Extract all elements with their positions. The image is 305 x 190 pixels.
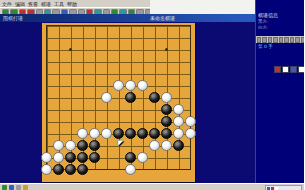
stone-white[interactable] xyxy=(137,80,148,91)
panel-black-player-line: 黑方: xyxy=(258,19,269,24)
child-window-title: 围棋打谱 xyxy=(3,15,23,21)
panel-button-7[interactable] xyxy=(295,37,299,43)
stone-black[interactable] xyxy=(161,104,172,115)
panel-header: 棋谱信息 xyxy=(258,12,278,18)
app-window: 文件编辑查看棋谱工具帮助 屏幕录像专家 未注册 围棋打谱 未命名棋谱 ◤ 棋谱信… xyxy=(0,0,304,190)
menu-item-1[interactable]: 编辑 xyxy=(15,1,25,7)
stone-white[interactable] xyxy=(101,128,112,139)
stone-white[interactable] xyxy=(185,128,196,139)
mouse-cursor-icon: ◤ xyxy=(118,139,123,147)
menu-item-0[interactable]: 文件 xyxy=(2,1,12,7)
stone-black[interactable] xyxy=(77,164,88,175)
taskbar-icon-3[interactable] xyxy=(23,185,28,190)
stone-white[interactable] xyxy=(173,104,184,115)
stone-black[interactable] xyxy=(149,92,160,103)
star-point xyxy=(69,48,72,51)
stone-black[interactable] xyxy=(53,164,64,175)
taskbar[interactable] xyxy=(0,183,304,190)
stone-black[interactable] xyxy=(125,128,136,139)
stone-white[interactable] xyxy=(89,128,100,139)
panel-button-2[interactable] xyxy=(268,37,272,43)
panel-button-0[interactable] xyxy=(257,37,261,43)
tray-icon-2[interactable] xyxy=(275,187,278,190)
taskbar-icon-0[interactable] xyxy=(2,185,7,190)
taskbar-icon-1[interactable] xyxy=(9,185,14,190)
panel-mini-icon-2[interactable] xyxy=(290,66,297,73)
stone-white[interactable] xyxy=(125,80,136,91)
panel-white-player-line: 白方: xyxy=(258,25,269,30)
stone-black[interactable] xyxy=(113,128,124,139)
stone-white[interactable] xyxy=(125,164,136,175)
stone-black[interactable] xyxy=(125,92,136,103)
panel-toolbar xyxy=(256,36,304,43)
stone-white[interactable] xyxy=(173,128,184,139)
tray-icon-1[interactable] xyxy=(271,187,274,190)
stone-white[interactable] xyxy=(113,80,124,91)
stone-white[interactable] xyxy=(149,140,160,151)
menu-item-3[interactable]: 棋谱 xyxy=(41,1,51,7)
child-window-titlebar[interactable]: 围棋打谱 未命名棋谱 xyxy=(0,14,255,22)
panel-mini-icons xyxy=(274,66,304,73)
stone-white[interactable] xyxy=(173,116,184,127)
stone-black[interactable] xyxy=(89,140,100,151)
panel-mini-icon-0[interactable] xyxy=(274,66,281,73)
move-counter: 第 0 手 xyxy=(258,44,273,49)
stone-white[interactable] xyxy=(53,140,64,151)
panel-button-6[interactable] xyxy=(290,37,294,43)
panel-button-5[interactable] xyxy=(284,37,288,43)
star-point xyxy=(165,48,168,51)
stone-black[interactable] xyxy=(77,152,88,163)
stone-black[interactable] xyxy=(173,140,184,151)
stone-black[interactable] xyxy=(65,152,76,163)
stone-white[interactable] xyxy=(53,152,64,163)
stone-white[interactable] xyxy=(41,164,52,175)
stone-white[interactable] xyxy=(41,152,52,163)
stone-white[interactable] xyxy=(77,128,88,139)
taskbar-icon-2[interactable] xyxy=(16,185,21,190)
panel-button-1[interactable] xyxy=(262,37,266,43)
stone-black[interactable] xyxy=(149,128,160,139)
stone-black[interactable] xyxy=(125,152,136,163)
client-area: ◤ xyxy=(0,22,255,183)
stone-white[interactable] xyxy=(137,152,148,163)
stone-black[interactable] xyxy=(65,164,76,175)
menu-item-5[interactable]: 帮助 xyxy=(67,1,77,7)
stone-white[interactable] xyxy=(101,92,112,103)
panel-mini-icon-1[interactable] xyxy=(282,66,289,73)
stone-white[interactable] xyxy=(161,92,172,103)
game-info-panel: 棋谱信息 黑方: 白方: 第 0 手 xyxy=(255,0,304,190)
go-board[interactable]: ◤ xyxy=(42,23,195,182)
child-window-subtitle: 未命名棋谱 xyxy=(150,15,175,21)
stone-black[interactable] xyxy=(161,116,172,127)
panel-mini-icon-3[interactable] xyxy=(298,66,304,73)
system-tray[interactable] xyxy=(265,185,302,190)
panel-button-8[interactable] xyxy=(301,37,305,43)
stone-black[interactable] xyxy=(137,128,148,139)
stone-black[interactable] xyxy=(161,128,172,139)
menu-bar: 文件编辑查看棋谱工具帮助 xyxy=(0,0,152,7)
panel-button-4[interactable] xyxy=(279,37,283,43)
stone-white[interactable] xyxy=(65,140,76,151)
stone-white[interactable] xyxy=(161,140,172,151)
panel-button-3[interactable] xyxy=(273,37,277,43)
menu-item-2[interactable]: 查看 xyxy=(28,1,38,7)
tray-icon-0[interactable] xyxy=(267,187,270,190)
menu-item-4[interactable]: 工具 xyxy=(54,1,64,7)
taskbar-left-icons xyxy=(2,185,28,190)
stone-black[interactable] xyxy=(77,140,88,151)
stone-white[interactable] xyxy=(185,116,196,127)
stone-black[interactable] xyxy=(89,152,100,163)
